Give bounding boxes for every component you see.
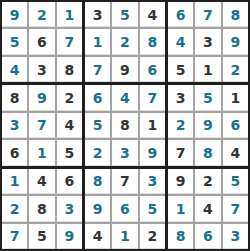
sudoku-cell-r4c2-solved[interactable]: 9 bbox=[29, 85, 54, 110]
sudoku-cell-r8c7-solved[interactable]: 1 bbox=[168, 196, 193, 221]
sudoku-cell-r1c8-solved[interactable]: 7 bbox=[195, 2, 220, 27]
sudoku-cell-r3c1-solved[interactable]: 4 bbox=[2, 57, 27, 82]
sudoku-box-7: 146283759 bbox=[2, 169, 82, 249]
sudoku-cell-r3c6-solved[interactable]: 6 bbox=[140, 57, 165, 82]
sudoku-cell-r3c7-given[interactable]: 5 bbox=[168, 57, 193, 82]
sudoku-cell-r5c9-solved[interactable]: 6 bbox=[223, 113, 248, 138]
sudoku-cell-r6c7-given[interactable]: 7 bbox=[168, 140, 193, 165]
sudoku-cell-r7c4-solved[interactable]: 8 bbox=[85, 169, 110, 194]
sudoku-cell-r2c2-given[interactable]: 6 bbox=[29, 29, 54, 54]
sudoku-box-2: 354128796 bbox=[85, 2, 165, 82]
sudoku-cell-r1c3-solved[interactable]: 1 bbox=[57, 2, 82, 27]
sudoku-cell-r3c4-solved[interactable]: 7 bbox=[85, 57, 110, 82]
sudoku-cell-r8c1-solved[interactable]: 2 bbox=[2, 196, 27, 221]
sudoku-cell-r7c7-given[interactable]: 9 bbox=[168, 169, 193, 194]
sudoku-cell-r2c1-solved[interactable]: 5 bbox=[2, 29, 27, 54]
sudoku-cell-r4c4-solved[interactable]: 6 bbox=[85, 85, 110, 110]
sudoku-cell-r4c1-given[interactable]: 8 bbox=[2, 85, 27, 110]
sudoku-cell-r6c2-solved[interactable]: 1 bbox=[29, 140, 54, 165]
sudoku-cell-r3c5-given[interactable]: 9 bbox=[112, 57, 137, 82]
sudoku-board: 9215674383541287966784395128923746156475… bbox=[0, 0, 250, 251]
sudoku-cell-r4c5-solved[interactable]: 4 bbox=[112, 85, 137, 110]
sudoku-cell-r7c3-given[interactable]: 6 bbox=[57, 169, 82, 194]
sudoku-cell-r6c5-solved[interactable]: 3 bbox=[112, 140, 137, 165]
sudoku-cell-r5c1-solved[interactable]: 3 bbox=[2, 113, 27, 138]
sudoku-cell-r6c3-given[interactable]: 5 bbox=[57, 140, 82, 165]
sudoku-cell-r2c5-solved[interactable]: 2 bbox=[112, 29, 137, 54]
sudoku-cell-r7c5-given[interactable]: 7 bbox=[112, 169, 137, 194]
sudoku-cell-r9c2-given[interactable]: 5 bbox=[29, 224, 54, 249]
sudoku-cell-r5c7-solved[interactable]: 2 bbox=[168, 113, 193, 138]
sudoku-cell-r6c6-solved[interactable]: 9 bbox=[140, 140, 165, 165]
sudoku-cell-r8c2-given[interactable]: 8 bbox=[29, 196, 54, 221]
sudoku-cell-r3c9-solved[interactable]: 2 bbox=[223, 57, 248, 82]
sudoku-cell-r1c4-given[interactable]: 3 bbox=[85, 2, 110, 27]
sudoku-cell-r5c6-given[interactable]: 1 bbox=[140, 113, 165, 138]
sudoku-cell-r4c6-solved[interactable]: 7 bbox=[140, 85, 165, 110]
sudoku-cell-r9c6-given[interactable]: 2 bbox=[140, 224, 165, 249]
sudoku-cell-r6c8-solved[interactable]: 8 bbox=[195, 140, 220, 165]
sudoku-cell-r2c7-solved[interactable]: 4 bbox=[168, 29, 193, 54]
sudoku-cell-r7c8-given[interactable]: 2 bbox=[195, 169, 220, 194]
sudoku-cell-r3c2-given[interactable]: 3 bbox=[29, 57, 54, 82]
sudoku-cell-r7c9-solved[interactable]: 5 bbox=[223, 169, 248, 194]
sudoku-cell-r1c1-solved[interactable]: 9 bbox=[2, 2, 27, 27]
sudoku-cell-r4c7-given[interactable]: 3 bbox=[168, 85, 193, 110]
sudoku-cell-r1c5-solved[interactable]: 5 bbox=[112, 2, 137, 27]
sudoku-cell-r2c3-solved[interactable]: 7 bbox=[57, 29, 82, 54]
sudoku-cell-r7c1-solved[interactable]: 1 bbox=[2, 169, 27, 194]
sudoku-cell-r6c9-given[interactable]: 4 bbox=[223, 140, 248, 165]
sudoku-cell-r5c5-given[interactable]: 8 bbox=[112, 113, 137, 138]
sudoku-cell-r4c8-solved[interactable]: 5 bbox=[195, 85, 220, 110]
sudoku-cell-r4c3-given[interactable]: 2 bbox=[57, 85, 82, 110]
sudoku-cell-r8c5-solved[interactable]: 6 bbox=[112, 196, 137, 221]
sudoku-cell-r3c8-given[interactable]: 1 bbox=[195, 57, 220, 82]
sudoku-box-6: 351296784 bbox=[168, 85, 248, 165]
sudoku-cell-r8c6-solved[interactable]: 5 bbox=[140, 196, 165, 221]
sudoku-cell-r1c6-given[interactable]: 4 bbox=[140, 2, 165, 27]
sudoku-box-1: 921567438 bbox=[2, 2, 82, 82]
sudoku-cell-r9c8-solved[interactable]: 6 bbox=[195, 224, 220, 249]
sudoku-cell-r6c4-solved[interactable]: 2 bbox=[85, 140, 110, 165]
sudoku-box-4: 892374615 bbox=[2, 85, 82, 165]
sudoku-cell-r6c1-given[interactable]: 6 bbox=[2, 140, 27, 165]
sudoku-cell-r5c4-solved[interactable]: 5 bbox=[85, 113, 110, 138]
sudoku-cell-r1c7-solved[interactable]: 6 bbox=[168, 2, 193, 27]
sudoku-cell-r9c9-solved[interactable]: 3 bbox=[223, 224, 248, 249]
sudoku-cell-r2c6-solved[interactable]: 8 bbox=[140, 29, 165, 54]
sudoku-cell-r2c9-solved[interactable]: 9 bbox=[223, 29, 248, 54]
sudoku-cell-r8c4-solved[interactable]: 9 bbox=[85, 196, 110, 221]
sudoku-cell-r2c8-given[interactable]: 3 bbox=[195, 29, 220, 54]
sudoku-box-5: 647581239 bbox=[85, 85, 165, 165]
sudoku-cell-r4c9-given[interactable]: 1 bbox=[223, 85, 248, 110]
sudoku-cell-r8c8-given[interactable]: 4 bbox=[195, 196, 220, 221]
sudoku-cell-r9c7-solved[interactable]: 8 bbox=[168, 224, 193, 249]
sudoku-cell-r1c2-solved[interactable]: 2 bbox=[29, 2, 54, 27]
sudoku-cell-r9c5-solved[interactable]: 1 bbox=[112, 224, 137, 249]
sudoku-box-9: 925147863 bbox=[168, 169, 248, 249]
sudoku-cell-r9c4-given[interactable]: 4 bbox=[85, 224, 110, 249]
sudoku-cell-r9c3-solved[interactable]: 9 bbox=[57, 224, 82, 249]
sudoku-cell-r8c9-solved[interactable]: 7 bbox=[223, 196, 248, 221]
sudoku-cell-r5c2-solved[interactable]: 7 bbox=[29, 113, 54, 138]
sudoku-cell-r8c3-solved[interactable]: 3 bbox=[57, 196, 82, 221]
sudoku-cell-r2c4-solved[interactable]: 1 bbox=[85, 29, 110, 54]
sudoku-cell-r5c8-solved[interactable]: 9 bbox=[195, 113, 220, 138]
sudoku-cell-r9c1-solved[interactable]: 7 bbox=[2, 224, 27, 249]
sudoku-cell-r1c9-solved[interactable]: 8 bbox=[223, 2, 248, 27]
sudoku-cell-r7c6-solved[interactable]: 3 bbox=[140, 169, 165, 194]
sudoku-cell-r5c3-given[interactable]: 4 bbox=[57, 113, 82, 138]
sudoku-cell-r3c3-given[interactable]: 8 bbox=[57, 57, 82, 82]
sudoku-box-8: 873965412 bbox=[85, 169, 165, 249]
sudoku-box-3: 678439512 bbox=[168, 2, 248, 82]
sudoku-cell-r7c2-given[interactable]: 4 bbox=[29, 169, 54, 194]
